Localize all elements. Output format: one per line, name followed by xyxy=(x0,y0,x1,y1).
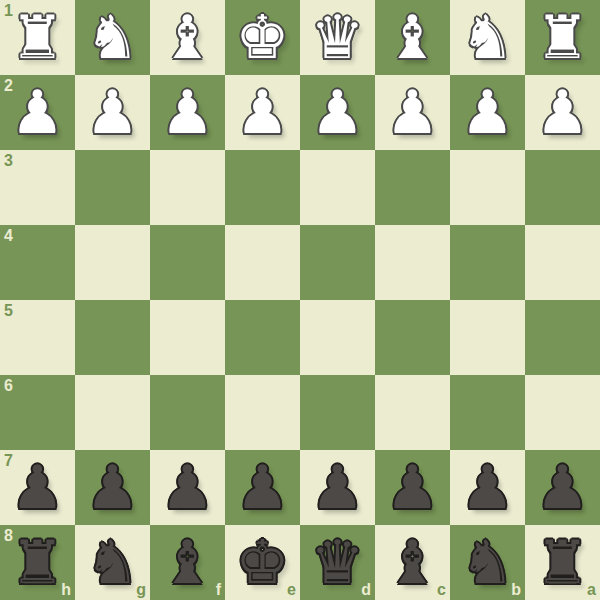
black-rook[interactable]: ♜ xyxy=(536,532,590,592)
square-f1[interactable]: ♝ xyxy=(150,0,225,75)
chess-board: 1♜♞♝♚♛♝♞♜2♟♟♟♟♟♟♟♟34567♟♟♟♟♟♟♟♟8♜h♞g♝f♚e… xyxy=(0,0,600,600)
square-b8[interactable]: ♞b xyxy=(450,525,525,600)
square-d3[interactable] xyxy=(300,150,375,225)
square-f4[interactable] xyxy=(150,225,225,300)
square-a8[interactable]: ♜a xyxy=(525,525,600,600)
square-e6[interactable] xyxy=(225,375,300,450)
square-a4[interactable] xyxy=(525,225,600,300)
rank-label-3: 3 xyxy=(4,153,13,169)
black-pawn[interactable]: ♟ xyxy=(536,457,590,517)
square-b4[interactable] xyxy=(450,225,525,300)
square-e3[interactable] xyxy=(225,150,300,225)
white-bishop[interactable]: ♝ xyxy=(386,7,440,67)
black-pawn[interactable]: ♟ xyxy=(386,457,440,517)
square-f5[interactable] xyxy=(150,300,225,375)
square-f6[interactable] xyxy=(150,375,225,450)
square-c4[interactable] xyxy=(375,225,450,300)
square-h8[interactable]: 8♜h xyxy=(0,525,75,600)
black-knight[interactable]: ♞ xyxy=(461,532,515,592)
white-queen[interactable]: ♛ xyxy=(311,7,365,67)
square-e4[interactable] xyxy=(225,225,300,300)
square-g7[interactable]: ♟ xyxy=(75,450,150,525)
rank-label-4: 4 xyxy=(4,228,13,244)
file-label-b: b xyxy=(511,582,521,598)
square-g4[interactable] xyxy=(75,225,150,300)
square-a5[interactable] xyxy=(525,300,600,375)
white-bishop[interactable]: ♝ xyxy=(161,7,215,67)
square-c7[interactable]: ♟ xyxy=(375,450,450,525)
square-h7[interactable]: 7♟ xyxy=(0,450,75,525)
white-pawn[interactable]: ♟ xyxy=(236,82,290,142)
square-c3[interactable] xyxy=(375,150,450,225)
square-b1[interactable]: ♞ xyxy=(450,0,525,75)
square-d6[interactable] xyxy=(300,375,375,450)
square-b7[interactable]: ♟ xyxy=(450,450,525,525)
black-pawn[interactable]: ♟ xyxy=(161,457,215,517)
white-pawn[interactable]: ♟ xyxy=(11,82,65,142)
square-b2[interactable]: ♟ xyxy=(450,75,525,150)
white-pawn[interactable]: ♟ xyxy=(311,82,365,142)
square-h2[interactable]: 2♟ xyxy=(0,75,75,150)
file-label-a: a xyxy=(587,582,596,598)
square-b5[interactable] xyxy=(450,300,525,375)
file-label-f: f xyxy=(216,582,221,598)
square-c6[interactable] xyxy=(375,375,450,450)
square-e1[interactable]: ♚ xyxy=(225,0,300,75)
black-bishop[interactable]: ♝ xyxy=(161,532,215,592)
black-pawn[interactable]: ♟ xyxy=(461,457,515,517)
file-label-d: d xyxy=(361,582,371,598)
square-f3[interactable] xyxy=(150,150,225,225)
square-h3[interactable]: 3 xyxy=(0,150,75,225)
square-e8[interactable]: ♚e xyxy=(225,525,300,600)
square-a2[interactable]: ♟ xyxy=(525,75,600,150)
square-h4[interactable]: 4 xyxy=(0,225,75,300)
square-g8[interactable]: ♞g xyxy=(75,525,150,600)
square-f2[interactable]: ♟ xyxy=(150,75,225,150)
square-f8[interactable]: ♝f xyxy=(150,525,225,600)
square-c5[interactable] xyxy=(375,300,450,375)
black-pawn[interactable]: ♟ xyxy=(11,457,65,517)
white-pawn[interactable]: ♟ xyxy=(86,82,140,142)
white-rook[interactable]: ♜ xyxy=(536,7,590,67)
black-pawn[interactable]: ♟ xyxy=(86,457,140,517)
square-c1[interactable]: ♝ xyxy=(375,0,450,75)
file-label-c: c xyxy=(437,582,446,598)
square-h5[interactable]: 5 xyxy=(0,300,75,375)
square-d1[interactable]: ♛ xyxy=(300,0,375,75)
square-e5[interactable] xyxy=(225,300,300,375)
square-g2[interactable]: ♟ xyxy=(75,75,150,150)
file-label-g: g xyxy=(136,582,146,598)
square-h1[interactable]: 1♜ xyxy=(0,0,75,75)
white-knight[interactable]: ♞ xyxy=(86,7,140,67)
square-d7[interactable]: ♟ xyxy=(300,450,375,525)
white-knight[interactable]: ♞ xyxy=(461,7,515,67)
black-bishop[interactable]: ♝ xyxy=(386,532,440,592)
square-a7[interactable]: ♟ xyxy=(525,450,600,525)
file-label-e: e xyxy=(287,582,296,598)
white-pawn[interactable]: ♟ xyxy=(386,82,440,142)
square-a1[interactable]: ♜ xyxy=(525,0,600,75)
square-a3[interactable] xyxy=(525,150,600,225)
square-b6[interactable] xyxy=(450,375,525,450)
black-queen[interactable]: ♛ xyxy=(311,532,365,592)
square-h6[interactable]: 6 xyxy=(0,375,75,450)
file-label-h: h xyxy=(61,582,71,598)
square-e7[interactable]: ♟ xyxy=(225,450,300,525)
square-g1[interactable]: ♞ xyxy=(75,0,150,75)
square-c2[interactable]: ♟ xyxy=(375,75,450,150)
black-knight[interactable]: ♞ xyxy=(86,532,140,592)
black-pawn[interactable]: ♟ xyxy=(311,457,365,517)
square-d2[interactable]: ♟ xyxy=(300,75,375,150)
square-d4[interactable] xyxy=(300,225,375,300)
square-g6[interactable] xyxy=(75,375,150,450)
white-pawn[interactable]: ♟ xyxy=(536,82,590,142)
square-f7[interactable]: ♟ xyxy=(150,450,225,525)
square-g3[interactable] xyxy=(75,150,150,225)
black-pawn[interactable]: ♟ xyxy=(236,457,290,517)
square-d5[interactable] xyxy=(300,300,375,375)
square-g5[interactable] xyxy=(75,300,150,375)
square-e2[interactable]: ♟ xyxy=(225,75,300,150)
square-a6[interactable] xyxy=(525,375,600,450)
white-pawn[interactable]: ♟ xyxy=(161,82,215,142)
square-c8[interactable]: ♝c xyxy=(375,525,450,600)
white-rook[interactable]: ♜ xyxy=(11,7,65,67)
rank-label-5: 5 xyxy=(4,303,13,319)
white-king[interactable]: ♚ xyxy=(236,7,290,67)
rank-label-6: 6 xyxy=(4,378,13,394)
square-b3[interactable] xyxy=(450,150,525,225)
black-rook[interactable]: ♜ xyxy=(11,532,65,592)
black-king[interactable]: ♚ xyxy=(236,532,290,592)
white-pawn[interactable]: ♟ xyxy=(461,82,515,142)
square-d8[interactable]: ♛d xyxy=(300,525,375,600)
